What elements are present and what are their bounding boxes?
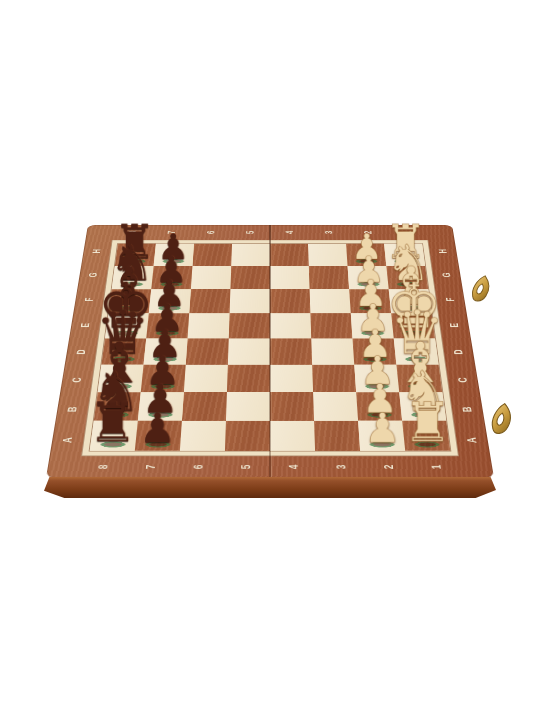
square-a4 [270, 421, 315, 451]
square-a8: ♜ [90, 421, 138, 451]
square-a5 [225, 421, 270, 451]
square-b5 [226, 392, 270, 421]
square-g6 [191, 266, 231, 289]
square-a1: ♜ [402, 421, 450, 451]
piece-white-rook: ♜ [403, 396, 452, 448]
square-b6 [182, 392, 227, 421]
square-e6 [187, 313, 229, 338]
square-f6 [189, 289, 230, 313]
square-c5 [227, 365, 270, 392]
square-a7: ♟ [135, 421, 182, 451]
square-g3 [309, 266, 349, 289]
square-c6 [184, 365, 228, 392]
square-c4 [270, 365, 313, 392]
square-e4 [270, 313, 311, 338]
board-front-edge [44, 477, 496, 498]
square-a6 [180, 421, 226, 451]
piece-black-rook: ♜ [88, 396, 137, 448]
square-h3 [308, 244, 348, 266]
square-a3 [314, 421, 360, 451]
square-d5 [228, 338, 270, 364]
board: 87654321 87654321 HGFEDCBA HGFEDCBA ♜♟♟♜… [46, 225, 494, 478]
square-f4 [270, 289, 310, 313]
square-e3 [310, 313, 352, 338]
square-h4 [270, 244, 309, 266]
square-h6 [192, 244, 232, 266]
square-f3 [310, 289, 351, 313]
piece-black-pawn: ♟ [139, 409, 176, 448]
square-b3 [313, 392, 358, 421]
square-h5 [231, 244, 270, 266]
square-a2: ♟ [358, 421, 405, 451]
board-perspective-wrapper: 87654321 87654321 HGFEDCBA HGFEDCBA ♜♟♟♜… [46, 225, 494, 478]
square-d3 [311, 338, 354, 364]
square-f5 [230, 289, 270, 313]
square-d4 [270, 338, 312, 364]
square-d6 [186, 338, 229, 364]
chess-set-photo: 87654321 87654321 HGFEDCBA HGFEDCBA ♜♟♟♜… [0, 0, 540, 720]
square-e5 [229, 313, 270, 338]
piece-white-pawn: ♟ [364, 409, 401, 448]
square-c3 [312, 365, 356, 392]
square-g4 [270, 266, 310, 289]
square-g5 [230, 266, 270, 289]
square-b4 [270, 392, 314, 421]
